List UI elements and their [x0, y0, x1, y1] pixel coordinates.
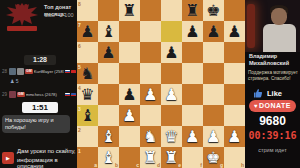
square-g4[interactable]	[203, 84, 224, 105]
player-name: mmchess (2678)	[26, 92, 64, 97]
square-e3[interactable]	[161, 105, 182, 126]
heart-icon: ♥	[254, 103, 258, 109]
square-h5[interactable]	[224, 63, 245, 84]
stream-screenshot: Топ донат месяца: Сам - 1 100 1:28 28 GM…	[0, 0, 300, 168]
square-e6[interactable]: ♟	[161, 42, 182, 63]
black-pawn-h7: ♟	[227, 21, 241, 42]
rank-label: 6	[78, 43, 81, 49]
black-rook-c8: ♜	[122, 0, 136, 21]
square-d1[interactable]: d♜	[140, 147, 161, 168]
file-label: a	[94, 162, 97, 168]
black-pawn-g7: ♟	[206, 21, 220, 42]
black-pawn-e6: ♟	[164, 42, 178, 63]
file-label: c	[136, 162, 139, 168]
black-knight-a5: ♞	[80, 63, 94, 84]
black-rook-f8: ♜	[185, 0, 199, 21]
white-pawn-e4: ♟	[164, 84, 178, 105]
donate-button[interactable]: ♥DONATE	[249, 100, 296, 112]
support-text: Поддержка мотивирует стримера. Спасибо!	[248, 70, 298, 82]
square-c8[interactable]: ♜	[119, 0, 140, 21]
white-queen-e2: ♛	[164, 126, 178, 147]
square-g2[interactable]: ♟	[203, 126, 224, 147]
player-number: 28	[2, 69, 8, 74]
square-d5[interactable]	[140, 63, 161, 84]
support-line-2: стримера. Спасибо!	[248, 76, 291, 81]
left-panel: Топ донат месяца: Сам - 1 100 1:28 28 GM…	[0, 0, 77, 168]
white-bishop-b1: ♝	[101, 147, 115, 168]
square-f5[interactable]	[182, 63, 203, 84]
white-bishop-b2: ♝	[101, 126, 115, 147]
rank-label: 3	[78, 106, 81, 112]
square-c7[interactable]	[119, 21, 140, 42]
black-bishop-a3: ♝	[80, 105, 94, 126]
right-panel: Владимир Михайловский Поддержка мотивиру…	[245, 0, 300, 168]
square-a4[interactable]: 4♛	[77, 84, 98, 105]
black-bishop-b7: ♝	[101, 21, 115, 42]
chess-board[interactable]: 8♜♜♚7♟♝♟♟♟6♟♟5♞4♛♟♟♟3♝♟2♝♞♛♟♟♟1ab♝cd♜e♜f…	[77, 0, 245, 168]
square-a8[interactable]: 8	[77, 0, 98, 21]
white-rook-d1: ♜	[143, 147, 157, 168]
square-b5[interactable]	[98, 63, 119, 84]
square-h6[interactable]	[224, 42, 245, 63]
file-label: f	[200, 162, 202, 168]
white-pawn-f2: ♟	[185, 126, 199, 147]
black-pawn-b6: ♟	[101, 42, 115, 63]
square-e8[interactable]	[161, 0, 182, 21]
square-a7[interactable]: 7♟	[77, 21, 98, 42]
square-e4[interactable]: ♟	[161, 84, 182, 105]
flag-icon	[71, 93, 76, 97]
square-d8[interactable]	[140, 0, 161, 21]
white-king-g1: ♚	[206, 147, 220, 168]
lamp-glow	[247, 4, 255, 48]
eagle-logo-icon	[4, 1, 40, 27]
square-d4[interactable]: ♟	[140, 84, 161, 105]
stream-timer: 00:39:16	[245, 130, 300, 141]
flag-icon	[65, 70, 70, 74]
square-d6[interactable]	[140, 42, 161, 63]
white-pawn-h2: ♟	[227, 126, 241, 147]
play-badge-icon: ▶	[2, 152, 14, 164]
square-d3[interactable]	[140, 105, 161, 126]
square-d2[interactable]: ♞	[140, 126, 161, 147]
square-g6[interactable]	[203, 42, 224, 63]
white-pawn-c3: ♟	[122, 105, 136, 126]
black-clock: 1:28	[24, 55, 56, 65]
logo-banner	[7, 26, 37, 31]
file-label: h	[241, 162, 244, 168]
square-f3[interactable]	[182, 105, 203, 126]
square-h1[interactable]: h	[224, 147, 245, 168]
streamer-body	[263, 24, 296, 52]
rank-label: 5	[78, 64, 81, 70]
black-pawn-a7: ♟	[80, 21, 94, 42]
top-donation-value: Сам - 1 100	[44, 12, 77, 18]
square-b2[interactable]: ♝	[98, 126, 119, 147]
square-b6[interactable]: ♟	[98, 42, 119, 63]
black-pawn-f7: ♟	[185, 21, 199, 42]
square-c4[interactable]: ♟	[119, 84, 140, 105]
black-pawn-c4: ♟	[122, 84, 136, 105]
captured-pieces: ♟ 5	[10, 78, 19, 84]
ticker-line-1: Дам уроки по скайпу,	[17, 148, 75, 154]
title-badge: GM	[17, 92, 25, 97]
title-badge: GM	[25, 69, 33, 74]
square-h4[interactable]	[224, 84, 245, 105]
avatar	[9, 68, 16, 75]
square-e7[interactable]	[161, 21, 182, 42]
player-number: 29	[2, 92, 8, 97]
square-h2[interactable]: ♟	[224, 126, 245, 147]
square-e1[interactable]: e♜	[161, 147, 182, 168]
flag-icon	[65, 93, 70, 97]
square-g5[interactable]	[203, 63, 224, 84]
white-pawn-g2: ♟	[206, 126, 220, 147]
square-a1[interactable]: 1a	[77, 147, 98, 168]
subscriber-count: 9680	[245, 114, 300, 128]
player-row-white: 29 GM mmchess (2678)	[2, 90, 76, 99]
square-b3[interactable]	[98, 105, 119, 126]
donate-label: DONATE	[259, 102, 291, 109]
square-f6[interactable]	[182, 42, 203, 63]
square-c3[interactable]: ♟	[119, 105, 140, 126]
support-line-1: Поддержка мотивирует	[248, 70, 298, 75]
like-button[interactable]: Like	[253, 88, 282, 98]
white-rook-e1: ♜	[164, 147, 178, 168]
avatar	[17, 68, 24, 75]
square-g7[interactable]: ♟	[203, 21, 224, 42]
streamer-face	[271, 8, 287, 25]
flag-icon	[71, 70, 76, 74]
square-e2[interactable]: ♛	[161, 126, 182, 147]
player-name: KurtBlayer (2587)	[34, 69, 64, 74]
square-c6[interactable]	[119, 42, 140, 63]
file-label: e	[178, 162, 181, 168]
rank-label: 4	[78, 85, 81, 91]
square-g8[interactable]: ♚	[203, 0, 224, 21]
rank-label: 7	[78, 22, 81, 28]
thumbs-up-icon	[253, 88, 263, 98]
square-c1[interactable]: c	[119, 147, 140, 168]
file-label: d	[157, 162, 160, 168]
like-label: Like	[267, 89, 282, 98]
square-g1[interactable]: g♚	[203, 147, 224, 168]
square-g3[interactable]	[203, 105, 224, 126]
rank-label: 8	[78, 1, 81, 7]
square-a3[interactable]: 3♝	[77, 105, 98, 126]
square-h3[interactable]	[224, 105, 245, 126]
square-b7[interactable]: ♝	[98, 21, 119, 42]
square-f2[interactable]: ♟	[182, 126, 203, 147]
square-a2[interactable]: 2	[77, 126, 98, 147]
square-a5[interactable]: 5♞	[77, 63, 98, 84]
player-row-black: 28 GM KurtBlayer (2587)	[2, 67, 76, 76]
square-h8[interactable]	[224, 0, 245, 21]
square-f1[interactable]: f	[182, 147, 203, 168]
webcam	[245, 0, 300, 52]
black-queen-a4: ♛	[80, 84, 94, 105]
white-pawn-d4: ♟	[143, 84, 157, 105]
avatar	[9, 91, 16, 98]
square-b4[interactable]	[98, 84, 119, 105]
streamer-name: Владимир Михайловский	[249, 53, 297, 67]
square-d7[interactable]	[140, 21, 161, 42]
file-label: g	[220, 162, 223, 168]
square-b1[interactable]: b♝	[98, 147, 119, 168]
file-label: b	[115, 162, 118, 168]
square-c5[interactable]	[119, 63, 140, 84]
ticker-line-2: информация в описании	[17, 157, 77, 168]
stream-status: стрим идет	[245, 147, 300, 153]
square-h7[interactable]: ♟	[224, 21, 245, 42]
white-clock: 1:51	[22, 102, 58, 113]
square-f7[interactable]: ♟	[182, 21, 203, 42]
square-c2[interactable]	[119, 126, 140, 147]
square-e5[interactable]	[161, 63, 182, 84]
square-b8[interactable]	[98, 0, 119, 21]
white-knight-d2: ♞	[143, 126, 157, 147]
rank-label: 1	[78, 148, 81, 154]
square-f8[interactable]: ♜	[182, 0, 203, 21]
chat-message: На хорошую игру и победы!	[2, 115, 70, 133]
rank-label: 2	[78, 127, 81, 133]
square-a6[interactable]: 6	[77, 42, 98, 63]
black-king-g8: ♚	[206, 0, 220, 21]
square-f4[interactable]	[182, 84, 203, 105]
